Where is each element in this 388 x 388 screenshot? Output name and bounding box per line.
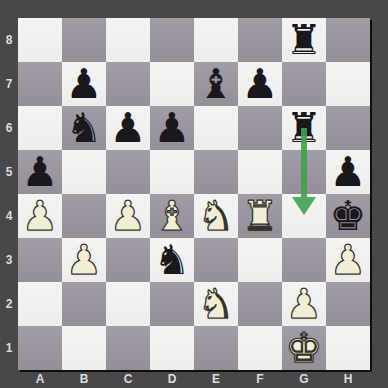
square-h6[interactable] — [326, 106, 370, 150]
square-c6[interactable]: ♟ — [106, 106, 150, 150]
square-a3[interactable] — [18, 238, 62, 282]
square-b6[interactable]: ♞ — [62, 106, 106, 150]
square-d2[interactable] — [150, 282, 194, 326]
file-label-f: F — [238, 370, 282, 388]
file-label-e: E — [194, 370, 238, 388]
square-e2[interactable]: ♞ — [194, 282, 238, 326]
square-e4[interactable]: ♞ — [194, 194, 238, 238]
square-g7[interactable] — [282, 62, 326, 106]
piece-white-rook[interactable]: ♜ — [238, 194, 282, 238]
piece-black-pawn[interactable]: ♟ — [106, 106, 150, 150]
square-b3[interactable]: ♟ — [62, 238, 106, 282]
square-d3[interactable]: ♞ — [150, 238, 194, 282]
chess-board: ♜♟♝♟♞♟♟♜♟♟♟♟♝♞♜♚♟♞♟♞♟♚ — [18, 18, 370, 370]
square-d4[interactable]: ♝ — [150, 194, 194, 238]
square-g3[interactable] — [282, 238, 326, 282]
piece-black-pawn[interactable]: ♟ — [326, 150, 370, 194]
square-g1[interactable]: ♚ — [282, 326, 326, 370]
square-a8[interactable] — [18, 18, 62, 62]
square-h4[interactable]: ♚ — [326, 194, 370, 238]
square-c2[interactable] — [106, 282, 150, 326]
square-h8[interactable] — [326, 18, 370, 62]
piece-white-pawn[interactable]: ♟ — [282, 282, 326, 326]
square-a5[interactable]: ♟ — [18, 150, 62, 194]
piece-black-king[interactable]: ♚ — [326, 194, 370, 238]
square-f5[interactable] — [238, 150, 282, 194]
square-b5[interactable] — [62, 150, 106, 194]
square-g4[interactable] — [282, 194, 326, 238]
square-b1[interactable] — [62, 326, 106, 370]
square-h2[interactable] — [326, 282, 370, 326]
square-b8[interactable] — [62, 18, 106, 62]
square-e8[interactable] — [194, 18, 238, 62]
square-d7[interactable] — [150, 62, 194, 106]
square-b7[interactable]: ♟ — [62, 62, 106, 106]
rank-label-3: 3 — [0, 238, 18, 282]
file-label-h: H — [326, 370, 370, 388]
square-f4[interactable]: ♜ — [238, 194, 282, 238]
piece-black-rook[interactable]: ♜ — [282, 106, 326, 150]
square-c7[interactable] — [106, 62, 150, 106]
piece-white-pawn[interactable]: ♟ — [106, 194, 150, 238]
square-d1[interactable] — [150, 326, 194, 370]
board-frame: 87654321 ♜♟♝♟♞♟♟♜♟♟♟♟♝♞♜♚♟♞♟♞♟♚ ABCDEFGH — [0, 0, 388, 388]
square-g5[interactable] — [282, 150, 326, 194]
piece-white-king[interactable]: ♚ — [282, 326, 326, 370]
square-e1[interactable] — [194, 326, 238, 370]
piece-black-pawn[interactable]: ♟ — [238, 62, 282, 106]
piece-black-rook[interactable]: ♜ — [282, 18, 326, 62]
square-d8[interactable] — [150, 18, 194, 62]
square-d6[interactable]: ♟ — [150, 106, 194, 150]
square-a4[interactable]: ♟ — [18, 194, 62, 238]
piece-black-knight[interactable]: ♞ — [150, 238, 194, 282]
rank-labels: 87654321 — [0, 18, 18, 370]
square-a1[interactable] — [18, 326, 62, 370]
square-d5[interactable] — [150, 150, 194, 194]
piece-black-bishop[interactable]: ♝ — [194, 62, 238, 106]
piece-white-pawn[interactable]: ♟ — [18, 194, 62, 238]
rank-label-4: 4 — [0, 194, 18, 238]
rank-label-1: 1 — [0, 326, 18, 370]
square-e7[interactable]: ♝ — [194, 62, 238, 106]
square-b2[interactable] — [62, 282, 106, 326]
piece-white-pawn[interactable]: ♟ — [62, 238, 106, 282]
square-f2[interactable] — [238, 282, 282, 326]
square-c1[interactable] — [106, 326, 150, 370]
rank-label-7: 7 — [0, 62, 18, 106]
file-label-a: A — [18, 370, 62, 388]
square-g2[interactable]: ♟ — [282, 282, 326, 326]
square-h5[interactable]: ♟ — [326, 150, 370, 194]
square-e5[interactable] — [194, 150, 238, 194]
file-label-g: G — [282, 370, 326, 388]
piece-black-pawn[interactable]: ♟ — [150, 106, 194, 150]
piece-white-knight[interactable]: ♞ — [194, 194, 238, 238]
piece-white-bishop[interactable]: ♝ — [150, 194, 194, 238]
square-h1[interactable] — [326, 326, 370, 370]
square-e6[interactable] — [194, 106, 238, 150]
piece-black-pawn[interactable]: ♟ — [62, 62, 106, 106]
square-h7[interactable] — [326, 62, 370, 106]
square-f7[interactable]: ♟ — [238, 62, 282, 106]
file-label-b: B — [62, 370, 106, 388]
square-a7[interactable] — [18, 62, 62, 106]
piece-white-pawn[interactable]: ♟ — [326, 238, 370, 282]
square-f6[interactable] — [238, 106, 282, 150]
rank-label-5: 5 — [0, 150, 18, 194]
square-a2[interactable] — [18, 282, 62, 326]
square-h3[interactable]: ♟ — [326, 238, 370, 282]
file-labels: ABCDEFGH — [18, 370, 370, 388]
square-b4[interactable] — [62, 194, 106, 238]
rank-label-2: 2 — [0, 282, 18, 326]
square-g6[interactable]: ♜ — [282, 106, 326, 150]
square-f8[interactable] — [238, 18, 282, 62]
square-a6[interactable] — [18, 106, 62, 150]
square-e3[interactable] — [194, 238, 238, 282]
rank-label-8: 8 — [0, 18, 18, 62]
piece-black-knight[interactable]: ♞ — [62, 106, 106, 150]
square-c8[interactable] — [106, 18, 150, 62]
piece-white-knight[interactable]: ♞ — [194, 282, 238, 326]
file-label-c: C — [106, 370, 150, 388]
square-c3[interactable] — [106, 238, 150, 282]
square-f3[interactable] — [238, 238, 282, 282]
square-g8[interactable]: ♜ — [282, 18, 326, 62]
square-c5[interactable] — [106, 150, 150, 194]
file-label-d: D — [150, 370, 194, 388]
square-f1[interactable] — [238, 326, 282, 370]
piece-black-pawn[interactable]: ♟ — [18, 150, 62, 194]
square-c4[interactable]: ♟ — [106, 194, 150, 238]
rank-label-6: 6 — [0, 106, 18, 150]
